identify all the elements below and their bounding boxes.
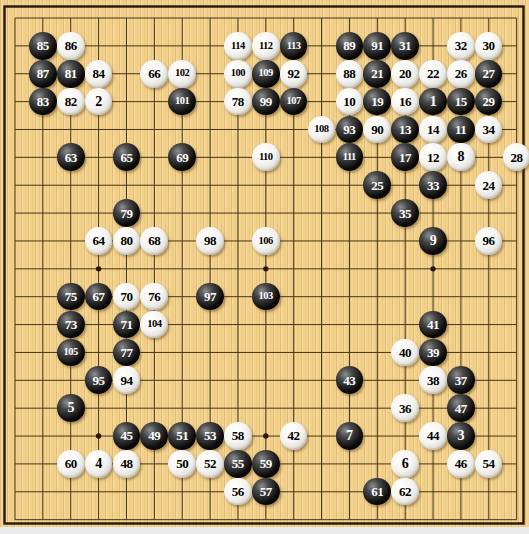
- point-18-17[interactable]: 54: [475, 450, 503, 478]
- point-8-1[interactable]: [196, 4, 224, 32]
- point-15-8[interactable]: 35: [391, 199, 419, 227]
- point-4-1[interactable]: [85, 4, 113, 32]
- point-17-3[interactable]: 26: [447, 60, 475, 88]
- point-2-3[interactable]: 87: [29, 60, 57, 88]
- point-6-7[interactable]: [140, 171, 168, 199]
- point-5-14[interactable]: 94: [113, 366, 141, 394]
- point-6-10[interactable]: [140, 255, 168, 283]
- point-6-2[interactable]: [140, 32, 168, 60]
- point-19-15[interactable]: [503, 394, 529, 422]
- point-3-18[interactable]: [57, 478, 85, 506]
- point-18-14[interactable]: [475, 366, 503, 394]
- point-16-1[interactable]: [419, 4, 447, 32]
- point-14-6[interactable]: [363, 143, 391, 171]
- point-7-2[interactable]: [168, 32, 196, 60]
- point-8-13[interactable]: [196, 338, 224, 366]
- point-15-14[interactable]: [391, 366, 419, 394]
- point-4-15[interactable]: [85, 394, 113, 422]
- point-16-11[interactable]: [419, 283, 447, 311]
- point-1-11[interactable]: [1, 283, 29, 311]
- point-14-18[interactable]: 61: [363, 478, 391, 506]
- point-6-9[interactable]: 68: [140, 227, 168, 255]
- point-14-1[interactable]: [363, 4, 391, 32]
- point-17-6[interactable]: 8: [447, 143, 475, 171]
- point-5-5[interactable]: [113, 116, 141, 144]
- point-19-7[interactable]: [503, 171, 529, 199]
- point-11-5[interactable]: [280, 116, 308, 144]
- point-12-9[interactable]: [308, 227, 336, 255]
- point-12-13[interactable]: [308, 338, 336, 366]
- point-16-2[interactable]: [419, 32, 447, 60]
- point-8-16[interactable]: 53: [196, 422, 224, 450]
- point-7-3[interactable]: 102: [168, 60, 196, 88]
- point-10-17[interactable]: 59: [252, 450, 280, 478]
- point-19-16[interactable]: [503, 422, 529, 450]
- point-7-9[interactable]: [168, 227, 196, 255]
- point-12-11[interactable]: [308, 283, 336, 311]
- point-17-15[interactable]: 47: [447, 394, 475, 422]
- point-15-9[interactable]: [391, 227, 419, 255]
- point-5-17[interactable]: 48: [113, 450, 141, 478]
- point-3-13[interactable]: 105: [57, 338, 85, 366]
- point-2-4[interactable]: 83: [29, 88, 57, 116]
- point-8-8[interactable]: [196, 199, 224, 227]
- point-19-10[interactable]: [503, 255, 529, 283]
- point-9-9[interactable]: [224, 227, 252, 255]
- point-1-10[interactable]: [1, 255, 29, 283]
- point-15-10[interactable]: [391, 255, 419, 283]
- point-10-10[interactable]: [252, 255, 280, 283]
- point-15-5[interactable]: 13: [391, 116, 419, 144]
- point-1-4[interactable]: [1, 88, 29, 116]
- point-11-4[interactable]: 107: [280, 88, 308, 116]
- point-7-14[interactable]: [168, 366, 196, 394]
- point-11-14[interactable]: [280, 366, 308, 394]
- point-12-5[interactable]: 108: [308, 116, 336, 144]
- point-2-17[interactable]: [29, 450, 57, 478]
- point-2-16[interactable]: [29, 422, 57, 450]
- point-10-5[interactable]: [252, 116, 280, 144]
- point-12-2[interactable]: [308, 32, 336, 60]
- point-1-8[interactable]: [1, 199, 29, 227]
- point-6-18[interactable]: [140, 478, 168, 506]
- point-6-15[interactable]: [140, 394, 168, 422]
- point-17-18[interactable]: [447, 478, 475, 506]
- point-16-16[interactable]: 44: [419, 422, 447, 450]
- point-9-4[interactable]: 78: [224, 88, 252, 116]
- point-16-18[interactable]: [419, 478, 447, 506]
- point-9-2[interactable]: 114: [224, 32, 252, 60]
- point-13-2[interactable]: 89: [335, 32, 363, 60]
- point-19-5[interactable]: [503, 116, 529, 144]
- point-11-9[interactable]: [280, 227, 308, 255]
- point-8-17[interactable]: 52: [196, 450, 224, 478]
- point-16-4[interactable]: 1: [419, 88, 447, 116]
- point-10-16[interactable]: [252, 422, 280, 450]
- point-9-3[interactable]: 100: [224, 60, 252, 88]
- point-13-6[interactable]: 111: [335, 143, 363, 171]
- point-8-11[interactable]: 97: [196, 283, 224, 311]
- point-14-17[interactable]: [363, 450, 391, 478]
- point-9-10[interactable]: [224, 255, 252, 283]
- point-7-17[interactable]: 50: [168, 450, 196, 478]
- point-9-17[interactable]: 55: [224, 450, 252, 478]
- point-16-6[interactable]: 12: [419, 143, 447, 171]
- point-3-10[interactable]: [57, 255, 85, 283]
- point-11-1[interactable]: [280, 4, 308, 32]
- point-19-6[interactable]: 28: [503, 143, 529, 171]
- point-12-3[interactable]: [308, 60, 336, 88]
- point-19-4[interactable]: [503, 88, 529, 116]
- point-14-7[interactable]: 25: [363, 171, 391, 199]
- point-3-3[interactable]: 81: [57, 60, 85, 88]
- point-16-14[interactable]: 38: [419, 366, 447, 394]
- point-10-14[interactable]: [252, 366, 280, 394]
- point-18-6[interactable]: [475, 143, 503, 171]
- point-10-11[interactable]: 103: [252, 283, 280, 311]
- point-19-11[interactable]: [503, 283, 529, 311]
- point-1-1[interactable]: [1, 4, 29, 32]
- point-9-15[interactable]: [224, 394, 252, 422]
- point-10-6[interactable]: 110: [252, 143, 280, 171]
- point-11-6[interactable]: [280, 143, 308, 171]
- point-1-12[interactable]: [1, 311, 29, 339]
- point-13-8[interactable]: [335, 199, 363, 227]
- point-17-2[interactable]: 32: [447, 32, 475, 60]
- point-17-5[interactable]: 11: [447, 116, 475, 144]
- point-16-7[interactable]: 33: [419, 171, 447, 199]
- point-6-4[interactable]: [140, 88, 168, 116]
- point-3-11[interactable]: 75: [57, 283, 85, 311]
- point-13-18[interactable]: [335, 478, 363, 506]
- point-14-15[interactable]: [363, 394, 391, 422]
- point-16-17[interactable]: [419, 450, 447, 478]
- point-3-16[interactable]: [57, 422, 85, 450]
- point-4-7[interactable]: [85, 171, 113, 199]
- point-2-13[interactable]: [29, 338, 57, 366]
- point-3-8[interactable]: [57, 199, 85, 227]
- point-1-7[interactable]: [1, 171, 29, 199]
- point-19-14[interactable]: [503, 366, 529, 394]
- point-9-12[interactable]: [224, 311, 252, 339]
- point-5-1[interactable]: [113, 4, 141, 32]
- point-14-14[interactable]: [363, 366, 391, 394]
- point-12-4[interactable]: [308, 88, 336, 116]
- point-5-4[interactable]: [113, 88, 141, 116]
- point-7-11[interactable]: [168, 283, 196, 311]
- point-9-18[interactable]: 56: [224, 478, 252, 506]
- point-15-3[interactable]: 20: [391, 60, 419, 88]
- point-13-3[interactable]: 88: [335, 60, 363, 88]
- point-3-4[interactable]: 82: [57, 88, 85, 116]
- point-3-12[interactable]: 73: [57, 311, 85, 339]
- point-3-17[interactable]: 60: [57, 450, 85, 478]
- point-19-9[interactable]: [503, 227, 529, 255]
- point-10-3[interactable]: 109: [252, 60, 280, 88]
- point-1-2[interactable]: [1, 32, 29, 60]
- point-5-12[interactable]: 71: [113, 311, 141, 339]
- point-14-4[interactable]: 19: [363, 88, 391, 116]
- point-16-3[interactable]: 22: [419, 60, 447, 88]
- point-5-6[interactable]: 65: [113, 143, 141, 171]
- point-2-18[interactable]: [29, 478, 57, 506]
- point-11-13[interactable]: [280, 338, 308, 366]
- point-17-8[interactable]: [447, 199, 475, 227]
- point-15-12[interactable]: [391, 311, 419, 339]
- point-19-18[interactable]: [503, 478, 529, 506]
- point-13-5[interactable]: 93: [335, 116, 363, 144]
- point-6-8[interactable]: [140, 199, 168, 227]
- point-17-12[interactable]: [447, 311, 475, 339]
- point-18-2[interactable]: 30: [475, 32, 503, 60]
- point-18-3[interactable]: 27: [475, 60, 503, 88]
- point-8-3[interactable]: [196, 60, 224, 88]
- point-5-9[interactable]: 80: [113, 227, 141, 255]
- point-13-13[interactable]: [335, 338, 363, 366]
- point-18-12[interactable]: [475, 311, 503, 339]
- point-11-7[interactable]: [280, 171, 308, 199]
- point-5-10[interactable]: [113, 255, 141, 283]
- point-17-16[interactable]: 3: [447, 422, 475, 450]
- point-13-12[interactable]: [335, 311, 363, 339]
- point-11-17[interactable]: [280, 450, 308, 478]
- point-9-13[interactable]: [224, 338, 252, 366]
- point-1-6[interactable]: [1, 143, 29, 171]
- point-12-14[interactable]: [308, 366, 336, 394]
- point-12-16[interactable]: [308, 422, 336, 450]
- point-10-7[interactable]: [252, 171, 280, 199]
- point-15-7[interactable]: [391, 171, 419, 199]
- point-12-7[interactable]: [308, 171, 336, 199]
- point-10-9[interactable]: 106: [252, 227, 280, 255]
- point-5-8[interactable]: 79: [113, 199, 141, 227]
- point-13-4[interactable]: 10: [335, 88, 363, 116]
- point-4-2[interactable]: [85, 32, 113, 60]
- point-12-8[interactable]: [308, 199, 336, 227]
- point-6-13[interactable]: [140, 338, 168, 366]
- point-15-16[interactable]: [391, 422, 419, 450]
- point-7-16[interactable]: 51: [168, 422, 196, 450]
- point-15-4[interactable]: 16: [391, 88, 419, 116]
- point-17-7[interactable]: [447, 171, 475, 199]
- point-7-1[interactable]: [168, 4, 196, 32]
- point-10-15[interactable]: [252, 394, 280, 422]
- point-16-15[interactable]: [419, 394, 447, 422]
- point-14-11[interactable]: [363, 283, 391, 311]
- point-4-14[interactable]: 95: [85, 366, 113, 394]
- point-1-18[interactable]: [1, 478, 29, 506]
- point-15-6[interactable]: 17: [391, 143, 419, 171]
- point-13-16[interactable]: 7: [335, 422, 363, 450]
- point-12-17[interactable]: [308, 450, 336, 478]
- point-1-9[interactable]: [1, 227, 29, 255]
- point-1-17[interactable]: [1, 450, 29, 478]
- point-10-13[interactable]: [252, 338, 280, 366]
- point-2-15[interactable]: [29, 394, 57, 422]
- point-9-5[interactable]: [224, 116, 252, 144]
- point-11-2[interactable]: 113: [280, 32, 308, 60]
- point-14-5[interactable]: 90: [363, 116, 391, 144]
- point-17-1[interactable]: [447, 4, 475, 32]
- point-19-3[interactable]: [503, 60, 529, 88]
- point-14-2[interactable]: 91: [363, 32, 391, 60]
- point-3-9[interactable]: [57, 227, 85, 255]
- point-4-3[interactable]: 84: [85, 60, 113, 88]
- point-7-7[interactable]: [168, 171, 196, 199]
- point-5-2[interactable]: [113, 32, 141, 60]
- point-7-13[interactable]: [168, 338, 196, 366]
- point-16-9[interactable]: 9: [419, 227, 447, 255]
- point-3-2[interactable]: 86: [57, 32, 85, 60]
- point-11-10[interactable]: [280, 255, 308, 283]
- point-4-10[interactable]: [85, 255, 113, 283]
- point-11-16[interactable]: 42: [280, 422, 308, 450]
- point-18-18[interactable]: [475, 478, 503, 506]
- point-18-9[interactable]: 96: [475, 227, 503, 255]
- point-2-9[interactable]: [29, 227, 57, 255]
- point-7-12[interactable]: [168, 311, 196, 339]
- point-16-12[interactable]: 41: [419, 311, 447, 339]
- point-18-4[interactable]: 29: [475, 88, 503, 116]
- point-8-4[interactable]: [196, 88, 224, 116]
- point-18-11[interactable]: [475, 283, 503, 311]
- point-16-8[interactable]: [419, 199, 447, 227]
- point-19-12[interactable]: [503, 311, 529, 339]
- point-4-6[interactable]: [85, 143, 113, 171]
- point-12-18[interactable]: [308, 478, 336, 506]
- point-15-13[interactable]: 40: [391, 338, 419, 366]
- point-13-10[interactable]: [335, 255, 363, 283]
- point-5-3[interactable]: [113, 60, 141, 88]
- point-12-1[interactable]: [308, 4, 336, 32]
- point-6-1[interactable]: [140, 4, 168, 32]
- point-1-15[interactable]: [1, 394, 29, 422]
- point-4-12[interactable]: [85, 311, 113, 339]
- point-8-7[interactable]: [196, 171, 224, 199]
- point-8-12[interactable]: [196, 311, 224, 339]
- point-11-12[interactable]: [280, 311, 308, 339]
- point-18-1[interactable]: [475, 4, 503, 32]
- point-14-3[interactable]: 21: [363, 60, 391, 88]
- point-19-1[interactable]: [503, 4, 529, 32]
- point-9-6[interactable]: [224, 143, 252, 171]
- point-14-9[interactable]: [363, 227, 391, 255]
- point-1-5[interactable]: [1, 116, 29, 144]
- point-14-8[interactable]: [363, 199, 391, 227]
- point-2-2[interactable]: 85: [29, 32, 57, 60]
- point-4-8[interactable]: [85, 199, 113, 227]
- point-4-5[interactable]: [85, 116, 113, 144]
- point-17-9[interactable]: [447, 227, 475, 255]
- point-13-11[interactable]: [335, 283, 363, 311]
- point-19-8[interactable]: [503, 199, 529, 227]
- point-2-7[interactable]: [29, 171, 57, 199]
- point-4-18[interactable]: [85, 478, 113, 506]
- point-7-18[interactable]: [168, 478, 196, 506]
- point-5-18[interactable]: [113, 478, 141, 506]
- go-board[interactable]: 8586114112113899131323087818466102100109…: [0, 0, 529, 534]
- point-3-15[interactable]: 5: [57, 394, 85, 422]
- point-6-11[interactable]: 76: [140, 283, 168, 311]
- point-6-6[interactable]: [140, 143, 168, 171]
- point-1-3[interactable]: [1, 60, 29, 88]
- point-8-2[interactable]: [196, 32, 224, 60]
- point-17-10[interactable]: [447, 255, 475, 283]
- point-15-15[interactable]: 36: [391, 394, 419, 422]
- point-2-8[interactable]: [29, 199, 57, 227]
- point-4-9[interactable]: 64: [85, 227, 113, 255]
- point-17-4[interactable]: 15: [447, 88, 475, 116]
- point-7-6[interactable]: 69: [168, 143, 196, 171]
- point-13-15[interactable]: [335, 394, 363, 422]
- point-9-1[interactable]: [224, 4, 252, 32]
- point-4-13[interactable]: [85, 338, 113, 366]
- point-2-6[interactable]: [29, 143, 57, 171]
- point-18-15[interactable]: [475, 394, 503, 422]
- point-19-2[interactable]: [503, 32, 529, 60]
- point-4-16[interactable]: [85, 422, 113, 450]
- point-12-12[interactable]: [308, 311, 336, 339]
- point-13-1[interactable]: [335, 4, 363, 32]
- point-9-14[interactable]: [224, 366, 252, 394]
- point-6-5[interactable]: [140, 116, 168, 144]
- point-7-15[interactable]: [168, 394, 196, 422]
- point-11-3[interactable]: 92: [280, 60, 308, 88]
- point-11-11[interactable]: [280, 283, 308, 311]
- point-2-11[interactable]: [29, 283, 57, 311]
- point-2-1[interactable]: [29, 4, 57, 32]
- point-7-5[interactable]: [168, 116, 196, 144]
- point-4-4[interactable]: 2: [85, 88, 113, 116]
- point-19-17[interactable]: [503, 450, 529, 478]
- point-18-16[interactable]: [475, 422, 503, 450]
- point-5-11[interactable]: 70: [113, 283, 141, 311]
- point-17-11[interactable]: [447, 283, 475, 311]
- point-8-15[interactable]: [196, 394, 224, 422]
- point-2-12[interactable]: [29, 311, 57, 339]
- point-5-16[interactable]: 45: [113, 422, 141, 450]
- point-5-13[interactable]: 77: [113, 338, 141, 366]
- point-9-8[interactable]: [224, 199, 252, 227]
- point-14-10[interactable]: [363, 255, 391, 283]
- point-6-14[interactable]: [140, 366, 168, 394]
- point-15-17[interactable]: 6: [391, 450, 419, 478]
- point-18-13[interactable]: [475, 338, 503, 366]
- point-14-13[interactable]: [363, 338, 391, 366]
- point-8-5[interactable]: [196, 116, 224, 144]
- point-7-8[interactable]: [168, 199, 196, 227]
- point-12-10[interactable]: [308, 255, 336, 283]
- point-7-10[interactable]: [168, 255, 196, 283]
- point-8-6[interactable]: [196, 143, 224, 171]
- point-9-11[interactable]: [224, 283, 252, 311]
- point-3-6[interactable]: 63: [57, 143, 85, 171]
- point-15-11[interactable]: [391, 283, 419, 311]
- point-7-4[interactable]: 101: [168, 88, 196, 116]
- point-1-16[interactable]: [1, 422, 29, 450]
- point-8-18[interactable]: [196, 478, 224, 506]
- point-13-9[interactable]: [335, 227, 363, 255]
- point-8-9[interactable]: 98: [196, 227, 224, 255]
- point-10-4[interactable]: 99: [252, 88, 280, 116]
- point-16-13[interactable]: 39: [419, 338, 447, 366]
- point-18-5[interactable]: 34: [475, 116, 503, 144]
- point-1-14[interactable]: [1, 366, 29, 394]
- point-12-15[interactable]: [308, 394, 336, 422]
- point-18-10[interactable]: [475, 255, 503, 283]
- point-11-15[interactable]: [280, 394, 308, 422]
- point-3-7[interactable]: [57, 171, 85, 199]
